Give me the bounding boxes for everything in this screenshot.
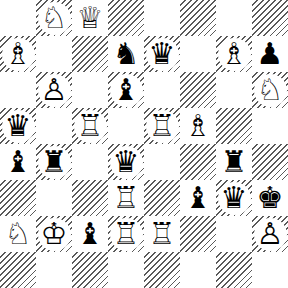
square-a3[interactable] — [0, 180, 36, 216]
square-f3[interactable]: ♝ — [180, 180, 216, 216]
white-bishop-piece: ♗ — [182, 110, 215, 143]
square-d4[interactable]: ♛ — [108, 144, 144, 180]
square-h4[interactable] — [252, 144, 288, 180]
square-e6[interactable] — [144, 72, 180, 108]
black-queen-piece: ♛ — [110, 146, 143, 179]
square-h5[interactable] — [252, 108, 288, 144]
square-f2[interactable] — [180, 216, 216, 252]
square-d6[interactable]: ♝ — [108, 72, 144, 108]
square-f8[interactable] — [180, 0, 216, 36]
black-pawn-piece: ♟ — [254, 38, 287, 71]
white-bishop-piece: ♗ — [218, 38, 251, 71]
square-f1[interactable] — [180, 252, 216, 288]
square-h1[interactable] — [252, 252, 288, 288]
square-c2[interactable]: ♝ — [72, 216, 108, 252]
square-e4[interactable] — [144, 144, 180, 180]
chess-diagram: ♘♕♗♞♛♗♟♙♝♘♛♖♖♗♝♜♛♜♖♝♛♚♘♔♝♖♖♙ — [0, 0, 288, 288]
square-g7[interactable]: ♗ — [216, 36, 252, 72]
square-e1[interactable] — [144, 252, 180, 288]
white-rook-piece: ♖ — [146, 110, 179, 143]
square-h7[interactable]: ♟ — [252, 36, 288, 72]
square-g5[interactable] — [216, 108, 252, 144]
square-b6[interactable]: ♙ — [36, 72, 72, 108]
square-b4[interactable]: ♜ — [36, 144, 72, 180]
square-d2[interactable]: ♖ — [108, 216, 144, 252]
chess-board: ♘♕♗♞♛♗♟♙♝♘♛♖♖♗♝♜♛♜♖♝♛♚♘♔♝♖♖♙ — [0, 0, 288, 288]
square-g2[interactable] — [216, 216, 252, 252]
square-f5[interactable]: ♗ — [180, 108, 216, 144]
square-a5[interactable]: ♛ — [0, 108, 36, 144]
square-f6[interactable] — [180, 72, 216, 108]
black-bishop-piece: ♝ — [182, 182, 215, 215]
white-knight-piece: ♘ — [38, 2, 71, 35]
square-a6[interactable] — [0, 72, 36, 108]
square-g8[interactable] — [216, 0, 252, 36]
white-rook-piece: ♖ — [110, 218, 143, 251]
white-pawn-piece: ♙ — [38, 74, 71, 107]
square-g1[interactable] — [216, 252, 252, 288]
square-a4[interactable]: ♝ — [0, 144, 36, 180]
square-b2[interactable]: ♔ — [36, 216, 72, 252]
square-g4[interactable]: ♜ — [216, 144, 252, 180]
square-a1[interactable] — [0, 252, 36, 288]
square-d1[interactable] — [108, 252, 144, 288]
square-d3[interactable]: ♖ — [108, 180, 144, 216]
square-f7[interactable] — [180, 36, 216, 72]
black-bishop-piece: ♝ — [110, 74, 143, 107]
square-e2[interactable]: ♖ — [144, 216, 180, 252]
white-knight-piece: ♘ — [2, 218, 35, 251]
square-e3[interactable] — [144, 180, 180, 216]
black-bishop-piece: ♝ — [2, 146, 35, 179]
white-bishop-piece: ♗ — [2, 38, 35, 71]
black-queen-piece: ♛ — [218, 182, 251, 215]
square-d5[interactable] — [108, 108, 144, 144]
white-king-piece: ♔ — [38, 218, 71, 251]
square-b7[interactable] — [36, 36, 72, 72]
square-b8[interactable]: ♘ — [36, 0, 72, 36]
square-h6[interactable]: ♘ — [252, 72, 288, 108]
white-pawn-piece: ♙ — [254, 218, 287, 251]
square-h2[interactable]: ♙ — [252, 216, 288, 252]
white-rook-piece: ♖ — [110, 182, 143, 215]
black-rook-piece: ♜ — [218, 146, 251, 179]
square-c5[interactable]: ♖ — [72, 108, 108, 144]
square-h8[interactable] — [252, 0, 288, 36]
square-a7[interactable]: ♗ — [0, 36, 36, 72]
square-d8[interactable] — [108, 0, 144, 36]
black-knight-piece: ♞ — [110, 38, 143, 71]
black-king-piece: ♚ — [254, 182, 287, 215]
square-f4[interactable] — [180, 144, 216, 180]
square-c1[interactable] — [72, 252, 108, 288]
black-queen-piece: ♛ — [146, 38, 179, 71]
square-a2[interactable]: ♘ — [0, 216, 36, 252]
square-c3[interactable] — [72, 180, 108, 216]
white-rook-piece: ♖ — [146, 218, 179, 251]
white-queen-piece: ♕ — [74, 2, 107, 35]
square-e8[interactable] — [144, 0, 180, 36]
square-c6[interactable] — [72, 72, 108, 108]
square-g3[interactable]: ♛ — [216, 180, 252, 216]
square-g6[interactable] — [216, 72, 252, 108]
square-b5[interactable] — [36, 108, 72, 144]
white-rook-piece: ♖ — [74, 110, 107, 143]
square-c8[interactable]: ♕ — [72, 0, 108, 36]
black-queen-piece: ♛ — [2, 110, 35, 143]
white-knight-piece: ♘ — [254, 74, 287, 107]
black-bishop-piece: ♝ — [74, 218, 107, 251]
square-e7[interactable]: ♛ — [144, 36, 180, 72]
square-c7[interactable] — [72, 36, 108, 72]
square-h3[interactable]: ♚ — [252, 180, 288, 216]
square-d7[interactable]: ♞ — [108, 36, 144, 72]
square-e5[interactable]: ♖ — [144, 108, 180, 144]
square-b1[interactable] — [36, 252, 72, 288]
black-rook-piece: ♜ — [38, 146, 71, 179]
square-a8[interactable] — [0, 0, 36, 36]
square-c4[interactable] — [72, 144, 108, 180]
square-b3[interactable] — [36, 180, 72, 216]
